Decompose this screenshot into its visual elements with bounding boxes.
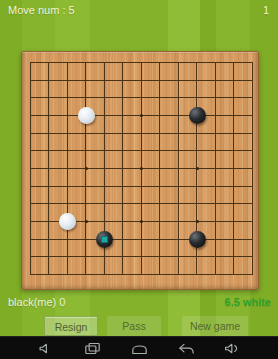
volume-up-icon[interactable]	[223, 341, 244, 356]
player-capture-status: black(me) 0	[8, 296, 65, 308]
new-game-button[interactable]: New game	[182, 316, 248, 336]
star-point	[196, 220, 199, 223]
last-move-marker	[101, 236, 108, 243]
star-point	[85, 220, 88, 223]
white-stone	[59, 213, 76, 230]
black-stone	[189, 231, 206, 248]
black-stone	[189, 107, 206, 124]
komi-status: 6.5 white	[225, 296, 271, 308]
star-point	[140, 114, 143, 117]
android-nav-bar	[0, 336, 278, 359]
move-counter: Move num : 5	[8, 4, 75, 16]
pass-button[interactable]: Pass	[107, 316, 161, 336]
star-point	[85, 167, 88, 170]
go-board-grid[interactable]	[30, 62, 253, 275]
star-point	[196, 167, 199, 170]
resign-button[interactable]: Resign	[44, 316, 98, 336]
black-stone	[96, 231, 113, 248]
volume-down-icon[interactable]	[35, 341, 56, 356]
go-board[interactable]	[21, 51, 259, 290]
back-icon[interactable]	[176, 341, 197, 356]
home-icon[interactable]	[129, 341, 150, 356]
star-point	[140, 220, 143, 223]
star-point	[140, 167, 143, 170]
white-stone	[78, 107, 95, 124]
top-right-value: 1	[263, 4, 269, 16]
recents-icon[interactable]	[82, 341, 103, 356]
